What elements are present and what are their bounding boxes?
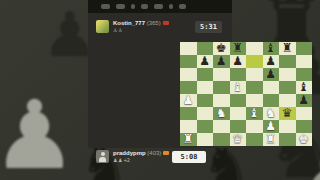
white-pawn-a4[interactable]: ♟ — [180, 93, 197, 107]
square-g8[interactable]: ♜ — [279, 42, 296, 55]
white-knight-c3[interactable]: ♞ — [213, 106, 230, 120]
top-player-row: Kostin_777 (365) ♙ ♙ 5:31 — [96, 20, 224, 40]
bottom-player-row: praddypmp (403) ♟ ♟ +2 5:08 — [96, 150, 224, 170]
bottom-player-clock: 5:08 — [172, 151, 206, 163]
white-rook-f1[interactable]: ♜ — [263, 132, 280, 146]
square-e7[interactable] — [246, 55, 263, 68]
top-player-clock: 5:31 — [195, 21, 222, 33]
bottom-player-flag-icon — [163, 151, 169, 155]
square-g5[interactable] — [279, 81, 296, 94]
chess-app-card: Kostin_777 (365) ♙ ♙ 5:31 ♚♜♝♜♟♟♟♟♟♝♝♟♟♞… — [88, 0, 232, 148]
bottom-player-name[interactable]: praddypmp (403) — [113, 150, 169, 157]
square-a3[interactable] — [180, 107, 197, 120]
square-d4[interactable] — [230, 94, 247, 107]
white-queen-d1[interactable]: ♛ — [230, 132, 247, 146]
square-g1[interactable] — [279, 133, 296, 146]
black-pawn-f7[interactable]: ♟ — [263, 54, 280, 68]
black-pawn-b7[interactable]: ♟ — [197, 54, 214, 68]
black-bishop-f8[interactable]: ♝ — [263, 41, 280, 55]
square-f5[interactable] — [263, 81, 280, 94]
square-g6[interactable] — [279, 68, 296, 81]
square-c1[interactable] — [213, 133, 230, 146]
square-c2[interactable] — [213, 120, 230, 133]
black-queen-g3[interactable]: ♛ — [279, 106, 296, 120]
chess-board[interactable]: ♚♜♝♜♟♟♟♟♟♝♝♟♟♞♝♞♛♟♜♛♜♚ — [180, 42, 312, 146]
square-e5[interactable] — [246, 81, 263, 94]
square-c6[interactable] — [213, 68, 230, 81]
square-c5[interactable] — [213, 81, 230, 94]
square-b2[interactable] — [197, 120, 214, 133]
square-g3[interactable]: ♛ — [279, 107, 296, 120]
bottom-player-rating: (403) — [147, 150, 161, 156]
square-b1[interactable] — [197, 133, 214, 146]
black-pawn-f6[interactable]: ♟ — [263, 67, 280, 81]
square-h8[interactable] — [296, 42, 313, 55]
square-c3[interactable]: ♞ — [213, 107, 230, 120]
square-d3[interactable] — [230, 107, 247, 120]
white-king-h1[interactable]: ♚ — [296, 132, 313, 146]
black-rook-d8[interactable]: ♜ — [230, 41, 247, 55]
black-pawn-d7[interactable]: ♟ — [230, 54, 247, 68]
square-b7[interactable]: ♟ — [197, 55, 214, 68]
square-h1[interactable]: ♚ — [296, 133, 313, 146]
square-b4[interactable] — [197, 94, 214, 107]
square-a7[interactable] — [180, 55, 197, 68]
bottom-player-avatar[interactable] — [96, 150, 109, 163]
square-b5[interactable] — [197, 81, 214, 94]
white-knight-f3[interactable]: ♞ — [263, 106, 280, 120]
app-toolbar — [88, 0, 232, 13]
white-pawn-f2[interactable]: ♟ — [263, 119, 280, 133]
nav-icon-2[interactable] — [116, 4, 125, 9]
backdrop-white-pawn-bottom-left: ♟ — [0, 88, 77, 180]
top-player-flag-icon — [163, 21, 169, 25]
square-f1[interactable]: ♜ — [263, 133, 280, 146]
square-c7[interactable]: ♟ — [213, 55, 230, 68]
nav-icon-3[interactable] — [131, 4, 135, 9]
square-b3[interactable] — [197, 107, 214, 120]
top-player-avatar[interactable] — [96, 20, 109, 33]
top-player-name[interactable]: Kostin_777 (365) — [113, 20, 169, 27]
square-e8[interactable] — [246, 42, 263, 55]
square-f6[interactable]: ♟ — [263, 68, 280, 81]
square-e6[interactable] — [246, 68, 263, 81]
square-e3[interactable]: ♝ — [246, 107, 263, 120]
black-pawn-c7[interactable]: ♟ — [213, 54, 230, 68]
nav-icon-6[interactable] — [169, 4, 173, 9]
top-player-rating: (365) — [147, 20, 161, 26]
nav-icon-5[interactable] — [154, 4, 163, 9]
bottom-player-username: praddypmp — [113, 150, 146, 156]
square-a8[interactable] — [180, 42, 197, 55]
square-d5[interactable]: ♝ — [230, 81, 247, 94]
top-player-captured-pieces: ♙ ♙ — [113, 28, 122, 33]
square-e2[interactable] — [246, 120, 263, 133]
white-bishop-e3[interactable]: ♝ — [246, 106, 263, 120]
white-bishop-d5[interactable]: ♝ — [230, 80, 247, 94]
square-e1[interactable] — [246, 133, 263, 146]
square-h7[interactable] — [296, 55, 313, 68]
square-g7[interactable] — [279, 55, 296, 68]
square-a4[interactable]: ♟ — [180, 94, 197, 107]
bottom-player-captured-pieces: ♟ ♟ +2 — [113, 158, 130, 163]
square-d7[interactable]: ♟ — [230, 55, 247, 68]
square-d1[interactable]: ♛ — [230, 133, 247, 146]
black-pawn-h4[interactable]: ♟ — [296, 93, 313, 107]
nav-icon-1[interactable] — [101, 4, 110, 9]
nav-icon-7[interactable] — [179, 4, 186, 9]
shorts-video-frame: ♟♟♜♟♞♟♞♞ Kostin_777 (365) ♙ ♙ 5:31 ♚♜♝♜♟… — [0, 0, 320, 180]
black-rook-g8[interactable]: ♜ — [279, 41, 296, 55]
white-rook-a1[interactable]: ♜ — [180, 132, 197, 146]
square-a6[interactable] — [180, 68, 197, 81]
nav-icon-4[interactable] — [141, 4, 148, 9]
black-king-c8[interactable]: ♚ — [213, 41, 230, 55]
square-h4[interactable]: ♟ — [296, 94, 313, 107]
square-b6[interactable] — [197, 68, 214, 81]
square-g2[interactable] — [279, 120, 296, 133]
square-h3[interactable] — [296, 107, 313, 120]
top-player-username: Kostin_777 — [113, 20, 145, 26]
square-a1[interactable]: ♜ — [180, 133, 197, 146]
black-bishop-h5[interactable]: ♝ — [296, 80, 313, 94]
